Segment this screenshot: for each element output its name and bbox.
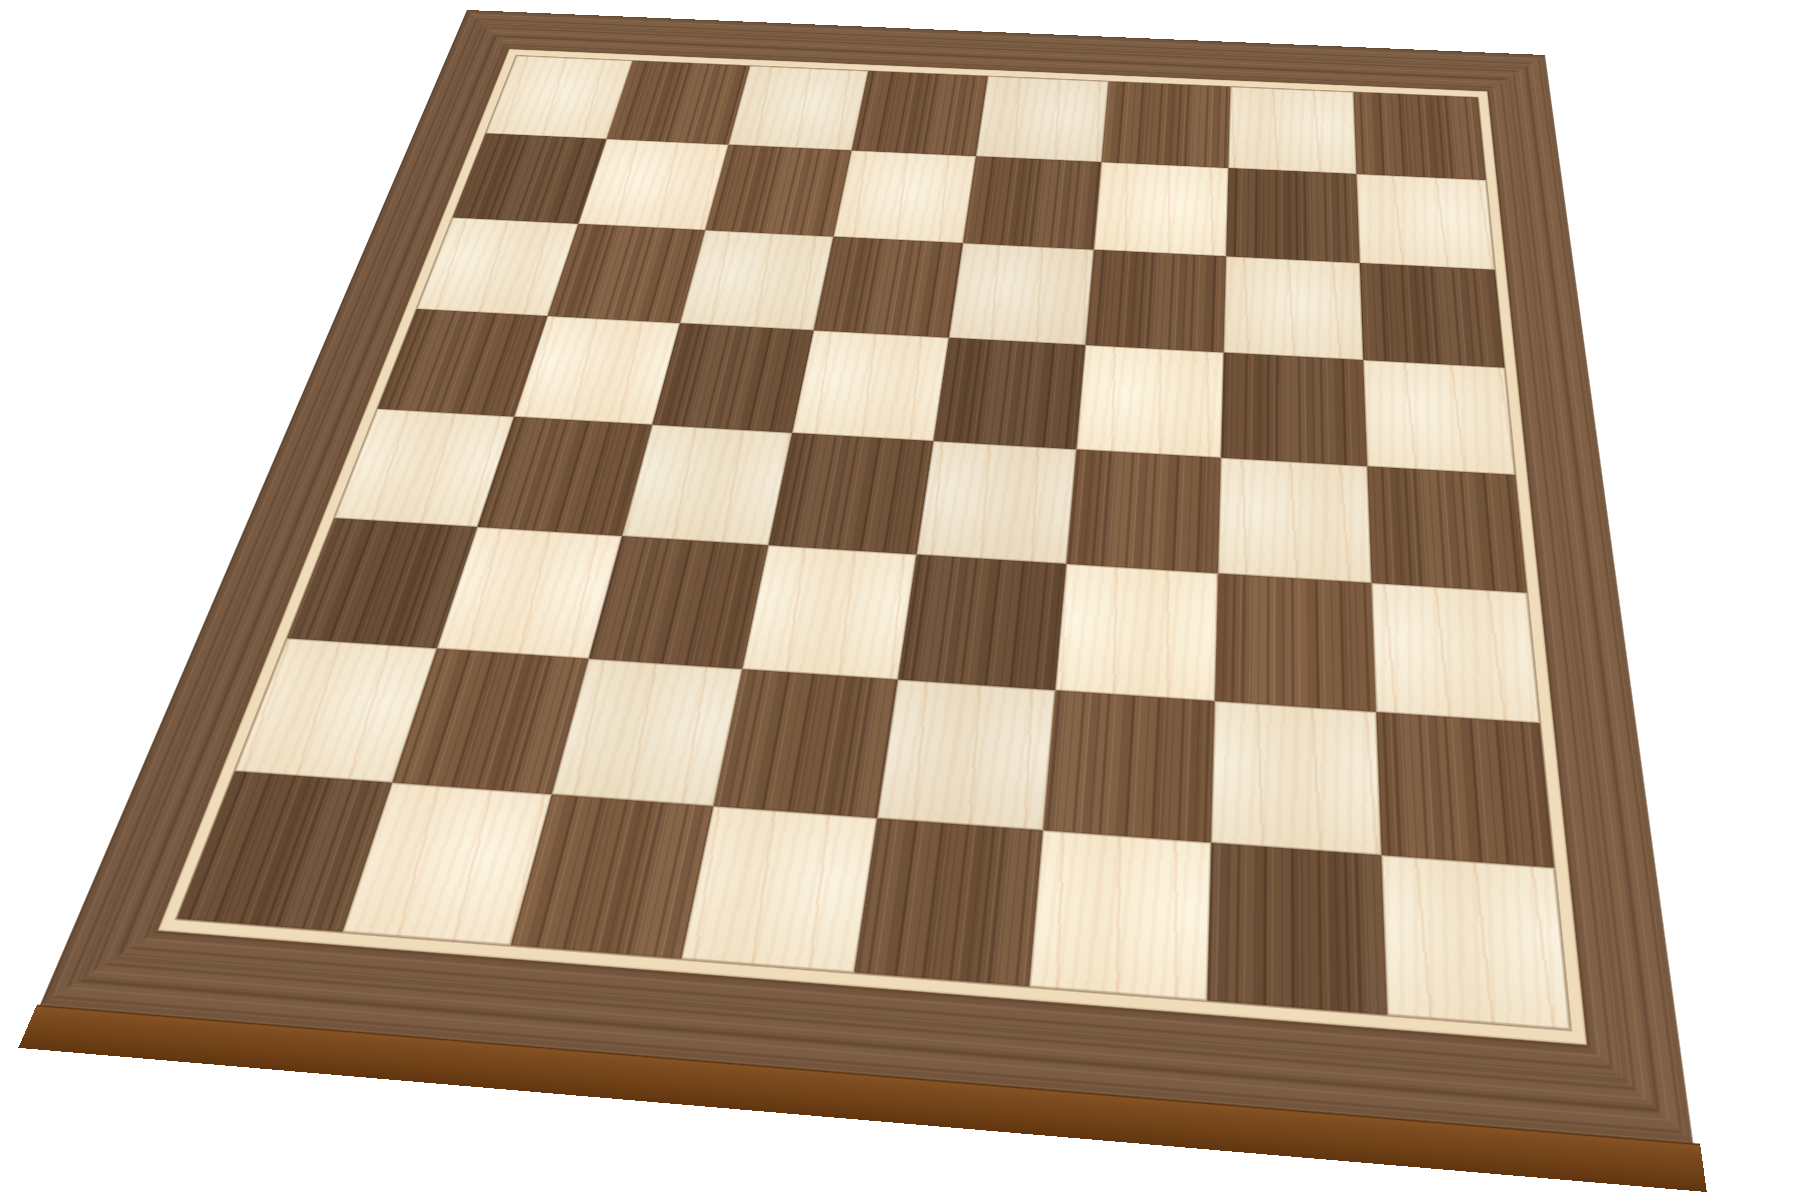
square-d3 [742,545,916,679]
square-f1 [1029,830,1211,1000]
square-h3 [1371,583,1539,723]
square-c6 [680,230,834,330]
square-h1 [1381,855,1570,1029]
square-g2 [1211,701,1381,855]
square-d6 [814,237,963,338]
square-g5 [1221,353,1367,467]
square-g8 [1228,87,1356,174]
square-h5 [1363,360,1515,475]
square-b8 [607,61,750,145]
square-e8 [976,76,1109,162]
photo-canvas [0,0,1800,1200]
square-f3 [1055,564,1218,701]
square-f5 [1076,345,1223,458]
square-d7 [833,150,976,243]
square-d2 [713,669,897,818]
square-c5 [652,323,813,433]
square-h7 [1356,174,1494,270]
square-c8 [728,66,868,151]
square-g7 [1226,168,1360,263]
square-e1 [854,818,1043,986]
square-e6 [949,243,1094,345]
square-f6 [1085,250,1226,353]
square-e2 [877,680,1055,831]
square-d8 [852,71,988,156]
square-c4 [622,425,792,546]
square-b7 [578,139,728,230]
square-e7 [963,156,1102,249]
square-g6 [1224,256,1364,360]
square-d4 [768,433,933,555]
square-c3 [589,536,769,669]
square-e5 [933,338,1085,450]
square-f2 [1043,690,1215,842]
square-d1 [681,806,877,972]
square-h2 [1376,712,1554,868]
square-h4 [1367,466,1527,593]
square-f8 [1102,81,1231,168]
square-g4 [1218,458,1371,583]
square-c7 [705,145,851,237]
square-h8 [1353,92,1485,180]
board-top-surface [40,10,1693,1143]
square-d5 [792,330,949,441]
square-f7 [1094,162,1229,256]
square-e4 [916,441,1076,564]
square-g3 [1215,573,1376,712]
square-f4 [1066,449,1221,573]
chessboard [40,10,1693,1143]
square-e3 [898,555,1067,691]
square-h6 [1360,263,1505,368]
square-g1 [1207,843,1387,1015]
